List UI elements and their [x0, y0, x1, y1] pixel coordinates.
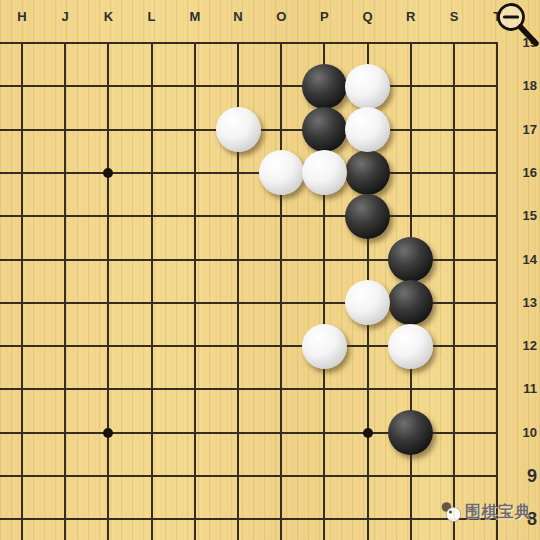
white-stone-Q13[interactable]	[345, 280, 390, 325]
grid-vline-O	[280, 42, 282, 540]
grid-hline-11	[0, 388, 498, 390]
grid-vline-K	[107, 42, 109, 540]
column-label-M: M	[180, 9, 210, 24]
grid-vline-J	[64, 42, 66, 540]
zoom-out-icon[interactable]	[488, 0, 540, 52]
column-label-S: S	[439, 9, 469, 24]
column-label-R: R	[396, 9, 426, 24]
column-label-H: H	[7, 9, 37, 24]
star-point-Q10	[363, 428, 373, 438]
black-stone-R13[interactable]	[388, 280, 433, 325]
row-label-9: 9	[503, 466, 537, 486]
row-label-16: 16	[503, 165, 537, 181]
star-point-K10	[103, 428, 113, 438]
white-stone-Q18[interactable]	[345, 64, 390, 109]
grid-vline-M	[194, 42, 196, 540]
grid-hline-19	[0, 42, 498, 44]
grid-hline-9	[0, 475, 498, 477]
grid-vline-T	[496, 42, 498, 540]
grid-hline-15	[0, 215, 498, 217]
black-stone-Q16[interactable]	[345, 150, 390, 195]
app-logo-go-stones-icon	[438, 500, 465, 525]
row-label-12: 12	[503, 338, 537, 354]
black-stone-R14[interactable]	[388, 237, 433, 282]
black-stone-R10[interactable]	[388, 410, 433, 455]
grid-hline-16	[0, 172, 498, 174]
white-stone-P16[interactable]	[302, 150, 347, 195]
column-label-O: O	[266, 9, 296, 24]
grid-vline-H	[21, 42, 23, 540]
watermark-label: 围棋宝典	[465, 502, 531, 523]
row-label-15: 15	[503, 208, 537, 224]
column-label-N: N	[223, 9, 253, 24]
white-stone-N17[interactable]	[216, 107, 261, 152]
row-label-11: 11	[503, 381, 537, 397]
go-board[interactable]: HJKLMNOPQRST 1918171615141312111098 围棋宝典	[0, 0, 540, 540]
grid-vline-S	[453, 42, 455, 540]
grid-vline-L	[151, 42, 153, 540]
black-stone-Q15[interactable]	[345, 194, 390, 239]
row-label-10: 10	[503, 425, 537, 441]
row-label-13: 13	[503, 295, 537, 311]
column-label-Q: Q	[353, 9, 383, 24]
white-stone-R12[interactable]	[388, 324, 433, 369]
black-stone-P18[interactable]	[302, 64, 347, 109]
watermark: 围棋宝典	[438, 500, 531, 525]
column-label-K: K	[93, 9, 123, 24]
star-point-K16	[103, 168, 113, 178]
column-label-J: J	[50, 9, 80, 24]
column-label-L: L	[137, 9, 167, 24]
row-label-17: 17	[503, 122, 537, 138]
grid-hline-8	[0, 518, 498, 520]
row-label-18: 18	[503, 78, 537, 94]
white-stone-P12[interactable]	[302, 324, 347, 369]
black-stone-P17[interactable]	[302, 107, 347, 152]
grid-hline-18	[0, 85, 498, 87]
white-stone-Q17[interactable]	[345, 107, 390, 152]
white-stone-O16[interactable]	[259, 150, 304, 195]
column-label-P: P	[309, 9, 339, 24]
row-label-14: 14	[503, 252, 537, 268]
